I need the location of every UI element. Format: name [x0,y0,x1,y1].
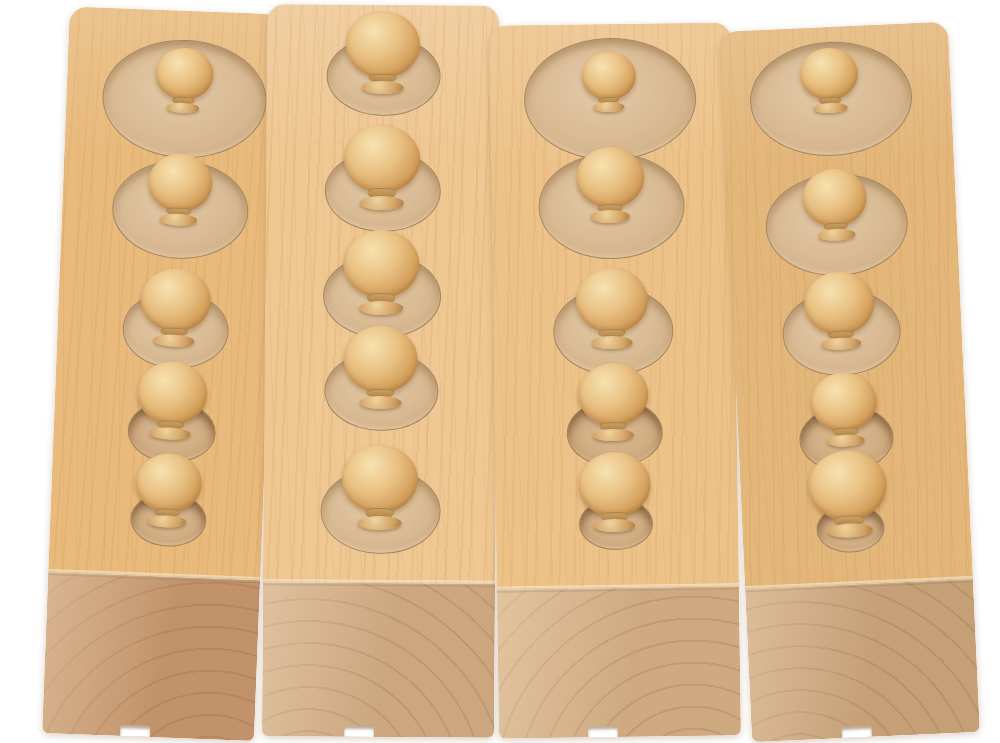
knob-ball [803,270,876,336]
knob-ball [799,47,859,102]
block4-cylinder3-knob[interactable] [803,270,876,352]
knob-collar [814,102,848,114]
knob-ball [575,268,648,334]
knob-ball [343,326,417,393]
block-end-grain-face [42,572,260,741]
block-bottom-notch [120,725,150,737]
knob-collar [160,213,198,226]
knob-collar [359,301,403,315]
knob-collar [357,516,401,530]
block-end-grain-face [745,579,980,742]
knob-ball [136,360,208,426]
knob-ball [154,47,214,101]
knob-ball [342,444,418,513]
knob-collar [359,396,402,410]
block4-cylinder4-knob[interactable] [810,371,879,448]
knob-ball [147,153,213,213]
knob-collar [593,428,634,441]
knob-collar [150,426,191,440]
block3-cylinder2-knob[interactable] [575,146,644,223]
knob-collar [153,334,194,348]
block1-cylinder2-knob[interactable] [146,153,213,227]
block-bottom-notch [344,726,374,737]
block1-cylinder4-knob[interactable] [135,360,208,441]
block-2 [262,4,499,738]
knob-collar [826,433,865,447]
knob-collar [593,102,624,112]
block-bottom-notch [841,726,871,738]
block3-cylinder5-knob[interactable] [578,451,651,533]
block3-cylinder1-knob[interactable] [581,51,636,112]
knob-ball [577,362,648,426]
block1-cylinder1-knob[interactable] [154,47,214,114]
block2-cylinder3-knob[interactable] [343,229,420,315]
knob-ball [810,371,879,433]
knob-collar [821,336,862,350]
block3-cylinder3-knob[interactable] [575,268,648,350]
block1-cylinder5-knob[interactable] [134,452,203,528]
knob-collar [827,523,873,539]
knob-ball [139,267,211,333]
knob-collar [361,81,404,95]
block3-cylinder4-knob[interactable] [577,362,648,441]
knob-collar [591,210,631,223]
cylinder-blocks-scene [0,0,1000,743]
block-end-grain-face [497,586,741,738]
block4-cylinder2-knob[interactable] [801,167,868,242]
knob-collar [594,519,636,533]
knob-ball [134,452,202,514]
block-4 [720,22,980,743]
block2-cylinder5-knob[interactable] [341,444,418,530]
block4-cylinder5-knob[interactable] [807,449,889,540]
knob-collar [818,228,856,241]
block2-cylinder2-knob[interactable] [344,124,421,210]
block2-cylinder4-knob[interactable] [343,326,418,409]
block2-cylinder1-knob[interactable] [345,11,420,94]
block-1 [42,6,282,741]
knob-ball [343,229,419,298]
knob-collar [360,196,404,210]
knob-ball [575,146,644,208]
block-3 [489,22,741,738]
knob-ball [578,451,651,517]
knob-ball [344,124,420,193]
knob-collar [166,102,200,114]
block-end-grain-face [262,582,495,738]
knob-ball [346,11,420,78]
knob-ball [807,449,888,523]
knob-collar [591,336,633,350]
knob-collar [148,515,187,528]
block-bottom-notch [588,726,618,737]
knob-ball [801,167,868,227]
knob-ball [581,51,636,100]
block4-cylinder1-knob[interactable] [799,47,860,115]
block1-cylinder3-knob[interactable] [139,267,212,348]
